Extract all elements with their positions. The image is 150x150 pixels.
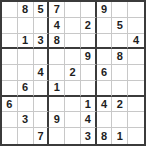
cell-r9c7[interactable]: 8: [97, 128, 113, 144]
cell-r5c3[interactable]: 4: [34, 65, 50, 81]
cell-r2c2[interactable]: [18, 18, 34, 34]
cell-r9c2[interactable]: [18, 128, 34, 144]
cell-r7c2[interactable]: [18, 97, 34, 113]
cell-r9c1[interactable]: [2, 128, 18, 144]
cell-r8c4[interactable]: 9: [49, 112, 65, 128]
cell-r4c6[interactable]: 9: [81, 49, 97, 65]
cell-r3c8[interactable]: [112, 34, 128, 50]
cell-r7c6[interactable]: 1: [81, 97, 97, 113]
cell-r7c9[interactable]: [128, 97, 144, 113]
cell-r8c8[interactable]: [112, 112, 128, 128]
cell-r8c3[interactable]: [34, 112, 50, 128]
cell-r6c8[interactable]: [112, 81, 128, 97]
cell-r4c1[interactable]: [2, 49, 18, 65]
cell-r9c5[interactable]: [65, 128, 81, 144]
cell-r3c3[interactable]: 3: [34, 34, 50, 50]
cell-r5c8[interactable]: [112, 65, 128, 81]
cell-r8c1[interactable]: [2, 112, 18, 128]
cell-r4c4[interactable]: [49, 49, 65, 65]
cell-r5c4[interactable]: [49, 65, 65, 81]
cell-r2c4[interactable]: 4: [49, 18, 65, 34]
cell-r4c5[interactable]: [65, 49, 81, 65]
cell-r3c4[interactable]: 8: [49, 34, 65, 50]
cell-r4c2[interactable]: [18, 49, 34, 65]
cell-r8c6[interactable]: 4: [81, 112, 97, 128]
cell-r8c2[interactable]: 3: [18, 112, 34, 128]
cell-r9c9[interactable]: [128, 128, 144, 144]
cell-r1c7[interactable]: 9: [97, 2, 113, 18]
cell-r1c6[interactable]: [81, 2, 97, 18]
cell-r6c3[interactable]: [34, 81, 50, 97]
cell-r9c4[interactable]: [49, 128, 65, 144]
cell-r3c6[interactable]: [81, 34, 97, 50]
cell-r9c3[interactable]: 7: [34, 128, 50, 144]
cell-r7c1[interactable]: 6: [2, 97, 18, 113]
cell-r4c3[interactable]: [34, 49, 50, 65]
cell-r5c9[interactable]: [128, 65, 144, 81]
cell-r1c3[interactable]: 5: [34, 2, 50, 18]
cell-r2c3[interactable]: [34, 18, 50, 34]
cell-r1c9[interactable]: [128, 2, 144, 18]
cell-r9c6[interactable]: 3: [81, 128, 97, 144]
cell-r1c4[interactable]: 7: [49, 2, 65, 18]
cell-r6c1[interactable]: [2, 81, 18, 97]
cell-r7c4[interactable]: [49, 97, 65, 113]
cell-r6c9[interactable]: [128, 81, 144, 97]
cell-r6c4[interactable]: 1: [49, 81, 65, 97]
cell-r3c2[interactable]: 1: [18, 34, 34, 50]
cell-r2c8[interactable]: 5: [112, 18, 128, 34]
cell-r6c6[interactable]: [81, 81, 97, 97]
cell-r5c1[interactable]: [2, 65, 18, 81]
cell-r2c5[interactable]: [65, 18, 81, 34]
cell-r8c9[interactable]: [128, 112, 144, 128]
cell-r5c5[interactable]: 2: [65, 65, 81, 81]
cell-r2c7[interactable]: [97, 18, 113, 34]
cell-r5c6[interactable]: [81, 65, 97, 81]
cell-r3c1[interactable]: [2, 34, 18, 50]
cell-r7c7[interactable]: 4: [97, 97, 113, 113]
cell-r5c2[interactable]: [18, 65, 34, 81]
cell-r1c2[interactable]: 8: [18, 2, 34, 18]
cell-r8c5[interactable]: [65, 112, 81, 128]
cell-r2c6[interactable]: 2: [81, 18, 97, 34]
cell-r4c8[interactable]: 8: [112, 49, 128, 65]
cell-r2c9[interactable]: [128, 18, 144, 34]
cell-r5c7[interactable]: 6: [97, 65, 113, 81]
cell-r6c5[interactable]: [65, 81, 81, 97]
cell-r3c9[interactable]: 4: [128, 34, 144, 50]
cell-r7c8[interactable]: 2: [112, 97, 128, 113]
cell-r1c5[interactable]: [65, 2, 81, 18]
cell-r3c7[interactable]: [97, 34, 113, 50]
cell-r3c5[interactable]: [65, 34, 81, 50]
cell-r7c5[interactable]: [65, 97, 81, 113]
cell-r6c7[interactable]: [97, 81, 113, 97]
cell-r1c8[interactable]: [112, 2, 128, 18]
cell-r4c9[interactable]: [128, 49, 144, 65]
cell-r2c1[interactable]: [2, 18, 18, 34]
sudoku-board: 85794251384984266161423947381: [0, 0, 146, 146]
cell-r9c8[interactable]: 1: [112, 128, 128, 144]
cell-r6c2[interactable]: 6: [18, 81, 34, 97]
cell-r4c7[interactable]: [97, 49, 113, 65]
cell-r1c1[interactable]: [2, 2, 18, 18]
cell-r7c3[interactable]: [34, 97, 50, 113]
cell-r8c7[interactable]: [97, 112, 113, 128]
